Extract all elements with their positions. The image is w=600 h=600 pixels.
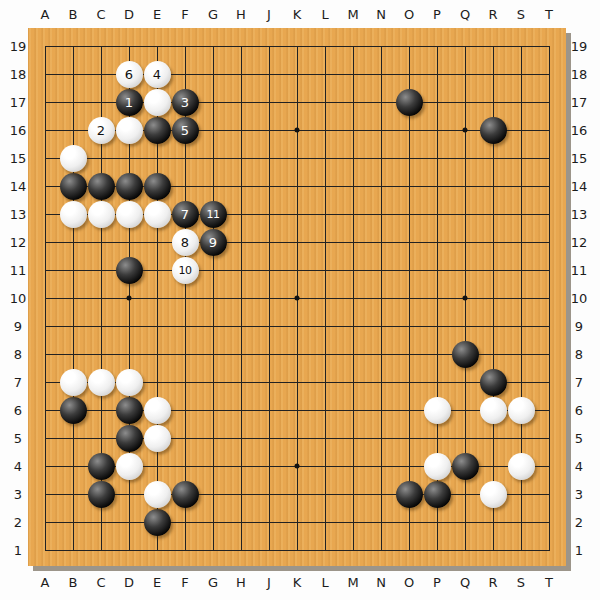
stone-black-R16: [480, 117, 507, 144]
coord-label-top-M: M: [347, 7, 358, 22]
stone-white-E5: [144, 425, 171, 452]
stone-black-P3: [424, 481, 451, 508]
coord-label-left-15: 15: [10, 151, 27, 166]
coord-label-bottom-A: A: [41, 575, 50, 590]
stone-black-G13-move-11: 11: [200, 201, 227, 228]
coord-label-top-R: R: [488, 7, 497, 22]
coord-label-top-T: T: [545, 7, 553, 22]
stone-black-D5: [116, 425, 143, 452]
coord-label-left-7: 7: [14, 375, 22, 390]
stone-white-E6: [144, 397, 171, 424]
coord-label-right-8: 8: [575, 347, 583, 362]
coord-label-bottom-G: G: [208, 575, 218, 590]
stone-black-R7: [480, 369, 507, 396]
coord-label-top-H: H: [236, 7, 246, 22]
coord-label-top-J: J: [267, 7, 271, 22]
stone-white-R6: [480, 397, 507, 424]
coord-label-left-19: 19: [10, 39, 27, 54]
coord-label-right-11: 11: [571, 263, 588, 278]
stone-white-P4: [424, 453, 451, 480]
coord-label-bottom-K: K: [293, 575, 302, 590]
stones-grid: 1357119642810: [31, 32, 563, 564]
coord-label-right-19: 19: [571, 39, 588, 54]
stone-black-F13-move-7: 7: [172, 201, 199, 228]
coord-label-top-A: A: [41, 7, 50, 22]
coord-label-bottom-C: C: [96, 575, 105, 590]
coord-label-top-Q: Q: [460, 7, 470, 22]
coord-label-left-8: 8: [14, 347, 22, 362]
coord-label-bottom-F: F: [181, 575, 188, 590]
coord-label-left-2: 2: [14, 515, 22, 530]
coord-label-left-6: 6: [14, 403, 22, 418]
coord-label-right-18: 18: [571, 67, 588, 82]
stone-white-C7: [88, 369, 115, 396]
coord-label-top-F: F: [181, 7, 188, 22]
stone-white-R3: [480, 481, 507, 508]
coord-label-bottom-D: D: [124, 575, 134, 590]
stone-black-C14: [88, 173, 115, 200]
coord-label-left-1: 1: [14, 543, 22, 558]
stone-white-D13: [116, 201, 143, 228]
coord-label-top-L: L: [321, 7, 328, 22]
stone-black-G12-move-9: 9: [200, 229, 227, 256]
stone-white-D4: [116, 453, 143, 480]
stone-black-F17-move-3: 3: [172, 89, 199, 116]
stone-black-C4: [88, 453, 115, 480]
coord-label-right-14: 14: [571, 179, 588, 194]
coord-label-top-N: N: [376, 7, 386, 22]
coord-label-bottom-H: H: [236, 575, 246, 590]
stone-black-E16: [144, 117, 171, 144]
coord-label-bottom-M: M: [347, 575, 358, 590]
stone-black-Q8: [452, 341, 479, 368]
coord-label-right-10: 10: [571, 291, 588, 306]
stone-white-P6: [424, 397, 451, 424]
stone-white-E18-move-4: 4: [144, 61, 171, 88]
coord-label-right-17: 17: [571, 95, 588, 110]
coord-label-right-2: 2: [575, 515, 583, 530]
stone-black-E14: [144, 173, 171, 200]
coord-label-right-7: 7: [575, 375, 583, 390]
stone-white-D16: [116, 117, 143, 144]
coord-label-bottom-R: R: [488, 575, 497, 590]
coord-label-right-9: 9: [575, 319, 583, 334]
coord-label-left-16: 16: [10, 123, 27, 138]
coord-label-bottom-N: N: [376, 575, 386, 590]
coord-label-top-C: C: [96, 7, 105, 22]
coord-label-top-D: D: [124, 7, 134, 22]
stone-white-S4: [508, 453, 535, 480]
coord-label-left-12: 12: [10, 235, 27, 250]
coord-label-left-13: 13: [10, 207, 27, 222]
stone-black-D11: [116, 257, 143, 284]
coord-label-top-K: K: [293, 7, 302, 22]
coord-label-bottom-O: O: [404, 575, 414, 590]
coord-label-left-3: 3: [14, 487, 22, 502]
coord-label-bottom-T: T: [545, 575, 553, 590]
coord-label-left-4: 4: [14, 459, 22, 474]
stone-white-D18-move-6: 6: [116, 61, 143, 88]
coord-label-bottom-P: P: [433, 575, 441, 590]
coord-label-bottom-S: S: [517, 575, 525, 590]
stone-black-O3: [396, 481, 423, 508]
coord-label-right-1: 1: [575, 543, 583, 558]
coord-label-right-12: 12: [571, 235, 588, 250]
coord-label-top-G: G: [208, 7, 218, 22]
coord-label-left-18: 18: [10, 67, 27, 82]
stone-black-O17: [396, 89, 423, 116]
stone-white-E3: [144, 481, 171, 508]
go-diagram-page: AABBCCDDEEFFGGHHJJKKLLMMNNOOPPQQRRSSTT19…: [0, 0, 600, 600]
coord-label-right-15: 15: [571, 151, 588, 166]
stone-white-E13: [144, 201, 171, 228]
coord-label-left-9: 9: [14, 319, 22, 334]
stone-black-D6: [116, 397, 143, 424]
stone-black-D17-move-1: 1: [116, 89, 143, 116]
coord-label-top-O: O: [404, 7, 414, 22]
coord-label-bottom-E: E: [153, 575, 161, 590]
stone-white-S6: [508, 397, 535, 424]
coord-label-top-S: S: [517, 7, 525, 22]
stone-white-F11-move-10: 10: [172, 257, 199, 284]
coord-label-left-10: 10: [10, 291, 27, 306]
stone-white-C13: [88, 201, 115, 228]
coord-label-top-E: E: [153, 7, 161, 22]
coord-label-left-17: 17: [10, 95, 27, 110]
coord-label-right-4: 4: [575, 459, 583, 474]
coord-label-top-B: B: [69, 7, 78, 22]
stone-black-B14: [60, 173, 87, 200]
coord-label-right-16: 16: [571, 123, 588, 138]
stone-white-E17: [144, 89, 171, 116]
coord-label-bottom-J: J: [267, 575, 271, 590]
coord-label-top-P: P: [433, 7, 441, 22]
coord-label-right-13: 13: [571, 207, 588, 222]
stone-black-D14: [116, 173, 143, 200]
coord-label-bottom-B: B: [69, 575, 78, 590]
stone-black-B6: [60, 397, 87, 424]
stone-black-E2: [144, 509, 171, 536]
stone-white-B13: [60, 201, 87, 228]
stone-black-F3: [172, 481, 199, 508]
stone-white-B7: [60, 369, 87, 396]
stone-black-F16-move-5: 5: [172, 117, 199, 144]
stone-black-Q4: [452, 453, 479, 480]
goban[interactable]: 1357119642810: [28, 28, 566, 566]
coord-label-bottom-L: L: [321, 575, 328, 590]
stone-white-C16-move-2: 2: [88, 117, 115, 144]
coord-label-left-11: 11: [10, 263, 27, 278]
coord-label-right-5: 5: [575, 431, 583, 446]
coord-label-right-3: 3: [575, 487, 583, 502]
stone-white-F12-move-8: 8: [172, 229, 199, 256]
coord-label-left-5: 5: [14, 431, 22, 446]
coord-label-right-6: 6: [575, 403, 583, 418]
stone-black-C3: [88, 481, 115, 508]
coord-label-bottom-Q: Q: [460, 575, 470, 590]
stone-white-D7: [116, 369, 143, 396]
coord-label-left-14: 14: [10, 179, 27, 194]
stone-white-B15: [60, 145, 87, 172]
